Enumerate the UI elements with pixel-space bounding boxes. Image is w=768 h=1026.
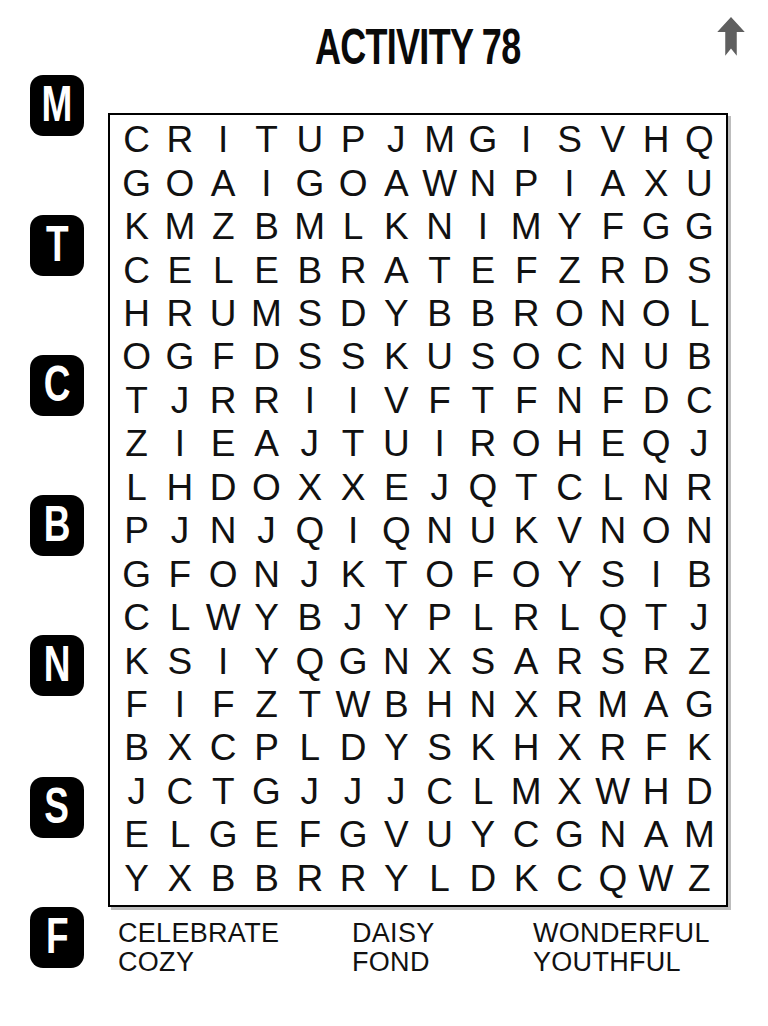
- grid-cell-r3c2[interactable]: M: [158, 205, 201, 248]
- word-list: CELEBRATECOZYDAISYFONDWONDERFULYOUTHFUL: [0, 919, 768, 989]
- grid-cell-r17c10[interactable]: C: [505, 813, 548, 856]
- grid-cell-r15c12[interactable]: R: [591, 726, 634, 769]
- grid-cell-r4c14[interactable]: S: [678, 248, 721, 291]
- grid-cell-r8c1[interactable]: Z: [115, 422, 158, 465]
- grid-cell-r11c10[interactable]: O: [505, 552, 548, 595]
- grid-cell-r18c2[interactable]: X: [158, 857, 201, 900]
- grid-cell-r8c13[interactable]: Q: [634, 422, 677, 465]
- grid-cell-r15c3[interactable]: C: [202, 726, 245, 769]
- grid-cell-r12c8[interactable]: P: [418, 596, 461, 639]
- grid-cell-r4c7[interactable]: A: [375, 248, 418, 291]
- grid-cell-r11c3[interactable]: O: [202, 552, 245, 595]
- grid-cell-r7c11[interactable]: N: [548, 379, 591, 422]
- grid-cell-r9c3[interactable]: D: [202, 466, 245, 509]
- sidebar-tab-letter: M: [42, 79, 73, 132]
- grid-cell-r8c5[interactable]: J: [288, 422, 331, 465]
- word-list-item: DAISY: [352, 919, 435, 948]
- grid-cell-r3c1[interactable]: K: [115, 205, 158, 248]
- grid-cell-r17c8[interactable]: U: [418, 813, 461, 856]
- grid-cell-r1c10[interactable]: I: [505, 118, 548, 161]
- grid-cell-r4c10[interactable]: F: [505, 248, 548, 291]
- grid-cell-r4c6[interactable]: R: [331, 248, 374, 291]
- grid-cell-r9c2[interactable]: H: [158, 466, 201, 509]
- grid-cell-r17c13[interactable]: A: [634, 813, 677, 856]
- word-list-item: WONDERFUL: [533, 919, 710, 948]
- grid-cell-r9c5[interactable]: X: [288, 466, 331, 509]
- grid-cell-r16c7[interactable]: J: [375, 770, 418, 813]
- grid-cell-r2c3[interactable]: A: [202, 161, 245, 204]
- grid-cell-r1c7[interactable]: J: [375, 118, 418, 161]
- grid-cell-r14c2[interactable]: I: [158, 683, 201, 726]
- grid-cell-r14c1[interactable]: F: [115, 683, 158, 726]
- grid-cell-r16c9[interactable]: L: [461, 770, 504, 813]
- grid-cell-r18c9[interactable]: D: [461, 857, 504, 900]
- grid-cell-r16c12[interactable]: W: [591, 770, 634, 813]
- grid-cell-r18c6[interactable]: R: [331, 857, 374, 900]
- grid-cell-r17c12[interactable]: N: [591, 813, 634, 856]
- grid-cell-r8c14[interactable]: J: [678, 422, 721, 465]
- grid-cell-r5c7[interactable]: Y: [375, 292, 418, 335]
- grid-cell-r7c3[interactable]: R: [202, 379, 245, 422]
- grid-cell-r3c9[interactable]: I: [461, 205, 504, 248]
- word-list-item: CELEBRATE: [118, 919, 279, 948]
- grid-cell-r17c11[interactable]: G: [548, 813, 591, 856]
- grid-cell-r16c11[interactable]: X: [548, 770, 591, 813]
- grid-cell-r7c7[interactable]: V: [375, 379, 418, 422]
- grid-cell-r10c14[interactable]: N: [678, 509, 721, 552]
- grid-cell-r15c9[interactable]: K: [461, 726, 504, 769]
- grid-cell-r6c7[interactable]: K: [375, 335, 418, 378]
- grid-cell-r9c10[interactable]: T: [505, 466, 548, 509]
- grid-cell-r18c14[interactable]: Z: [678, 857, 721, 900]
- sidebar-tab-letter: T: [46, 219, 69, 272]
- grid-cell-r5c2[interactable]: R: [158, 292, 201, 335]
- grid-cell-r14c12[interactable]: M: [591, 683, 634, 726]
- grid-cell-r4c13[interactable]: D: [634, 248, 677, 291]
- grid-cell-r10c1[interactable]: P: [115, 509, 158, 552]
- grid-cell-r15c7[interactable]: Y: [375, 726, 418, 769]
- grid-cell-r3c8[interactable]: N: [418, 205, 461, 248]
- grid-cell-r13c9[interactable]: S: [461, 639, 504, 682]
- grid-cell-r16c14[interactable]: D: [678, 770, 721, 813]
- grid-cell-r2c1[interactable]: G: [115, 161, 158, 204]
- grid-cell-r7c13[interactable]: D: [634, 379, 677, 422]
- grid-cell-r14c11[interactable]: R: [548, 683, 591, 726]
- word-list-column-1: CELEBRATECOZY: [118, 919, 279, 976]
- grid-cell-r9c11[interactable]: C: [548, 466, 591, 509]
- grid-cell-r17c3[interactable]: G: [202, 813, 245, 856]
- grid-cell-r6c11[interactable]: C: [548, 335, 591, 378]
- grid-cell-r12c1[interactable]: C: [115, 596, 158, 639]
- grid-cell-r8c4[interactable]: A: [245, 422, 288, 465]
- grid-cell-r14c9[interactable]: N: [461, 683, 504, 726]
- grid-cell-r2c8[interactable]: W: [418, 161, 461, 204]
- grid-cell-r6c4[interactable]: D: [245, 335, 288, 378]
- grid-cell-r10c8[interactable]: N: [418, 509, 461, 552]
- grid-cell-r1c3[interactable]: I: [202, 118, 245, 161]
- grid-cell-r11c13[interactable]: I: [634, 552, 677, 595]
- grid-cell-r3c7[interactable]: K: [375, 205, 418, 248]
- grid-cell-r12c2[interactable]: L: [158, 596, 201, 639]
- grid-cell-r7c2[interactable]: J: [158, 379, 201, 422]
- grid-cell-r11c5[interactable]: J: [288, 552, 331, 595]
- grid-cell-r2c2[interactable]: O: [158, 161, 201, 204]
- title-container: ACTIVITY 78: [108, 18, 728, 76]
- grid-cell-r7c5[interactable]: I: [288, 379, 331, 422]
- grid-cell-r11c2[interactable]: F: [158, 552, 201, 595]
- word-list-item: FOND: [352, 948, 435, 977]
- grid-cell-r1c13[interactable]: H: [634, 118, 677, 161]
- grid-cell-r8c2[interactable]: I: [158, 422, 201, 465]
- grid-cell-r9c12[interactable]: L: [591, 466, 634, 509]
- grid-cell-r5c13[interactable]: O: [634, 292, 677, 335]
- grid-cell-r11c11[interactable]: Y: [548, 552, 591, 595]
- sidebar-tab-t: T: [30, 215, 84, 276]
- grid-cell-r1c4[interactable]: T: [245, 118, 288, 161]
- grid-cell-r15c2[interactable]: X: [158, 726, 201, 769]
- grid-cell-r6c12[interactable]: N: [591, 335, 634, 378]
- grid-cell-r7c12[interactable]: F: [591, 379, 634, 422]
- grid-cell-r5c4[interactable]: M: [245, 292, 288, 335]
- grid-cell-r3c12[interactable]: F: [591, 205, 634, 248]
- grid-cell-r7c4[interactable]: R: [245, 379, 288, 422]
- word-list-column-2: DAISYFOND: [352, 919, 435, 976]
- grid-cell-r6c1[interactable]: O: [115, 335, 158, 378]
- grid-cell-r9c6[interactable]: X: [331, 466, 374, 509]
- grid-cell-r14c7[interactable]: B: [375, 683, 418, 726]
- grid-cell-r3c14[interactable]: G: [678, 205, 721, 248]
- grid-cell-r16c4[interactable]: G: [245, 770, 288, 813]
- grid-cell-r5c1[interactable]: H: [115, 292, 158, 335]
- grid-cell-r11c6[interactable]: K: [331, 552, 374, 595]
- grid-cell-r13c5[interactable]: Q: [288, 639, 331, 682]
- grid-cell-r15c4[interactable]: P: [245, 726, 288, 769]
- grid-cell-r11c7[interactable]: T: [375, 552, 418, 595]
- sidebar-tab-s: S: [30, 777, 84, 838]
- grid-cell-r18c5[interactable]: R: [288, 857, 331, 900]
- word-list-item: YOUTHFUL: [533, 948, 710, 977]
- grid-cell-r15c5[interactable]: L: [288, 726, 331, 769]
- grid-cell-r17c2[interactable]: L: [158, 813, 201, 856]
- grid-cell-r10c3[interactable]: N: [202, 509, 245, 552]
- grid-cell-r10c10[interactable]: K: [505, 509, 548, 552]
- grid-cell-r13c10[interactable]: A: [505, 639, 548, 682]
- grid-cell-r2c12[interactable]: A: [591, 161, 634, 204]
- grid-cell-r6c9[interactable]: S: [461, 335, 504, 378]
- sidebar-tab-b: B: [30, 495, 84, 556]
- grid-cell-r2c14[interactable]: U: [678, 161, 721, 204]
- grid-cell-r4c8[interactable]: T: [418, 248, 461, 291]
- grid-cell-r4c5[interactable]: B: [288, 248, 331, 291]
- grid-cell-r12c3[interactable]: W: [202, 596, 245, 639]
- page-title: ACTIVITY 78: [315, 18, 520, 76]
- grid-cell-r15c14[interactable]: K: [678, 726, 721, 769]
- sidebar-tab-letter: S: [45, 781, 70, 834]
- grid-cell-r14c14[interactable]: G: [678, 683, 721, 726]
- grid-cell-r8c9[interactable]: R: [461, 422, 504, 465]
- sidebar-tab-c: C: [30, 355, 84, 416]
- grid-cell-r1c9[interactable]: G: [461, 118, 504, 161]
- grid-cell-r5c10[interactable]: R: [505, 292, 548, 335]
- grid-cell-r2c7[interactable]: A: [375, 161, 418, 204]
- grid-cell-r12c5[interactable]: B: [288, 596, 331, 639]
- grid-cell-r13c12[interactable]: S: [591, 639, 634, 682]
- grid-cell-r10c6[interactable]: I: [331, 509, 374, 552]
- grid-cell-r11c9[interactable]: F: [461, 552, 504, 595]
- grid-cell-r7c1[interactable]: T: [115, 379, 158, 422]
- grid-cell-r8c12[interactable]: E: [591, 422, 634, 465]
- grid-cell-r13c2[interactable]: S: [158, 639, 201, 682]
- grid-cell-r18c7[interactable]: Y: [375, 857, 418, 900]
- grid-cell-r8c11[interactable]: H: [548, 422, 591, 465]
- grid-cell-r1c2[interactable]: R: [158, 118, 201, 161]
- grid-cell-r2c11[interactable]: I: [548, 161, 591, 204]
- grid-cell-r11c14[interactable]: B: [678, 552, 721, 595]
- grid-cell-r6c3[interactable]: F: [202, 335, 245, 378]
- grid-cell-r15c1[interactable]: B: [115, 726, 158, 769]
- grid-cell-r6c6[interactable]: S: [331, 335, 374, 378]
- grid-cell-r7c14[interactable]: C: [678, 379, 721, 422]
- grid-cell-r6c2[interactable]: G: [158, 335, 201, 378]
- grid-cell-r17c1[interactable]: E: [115, 813, 158, 856]
- grid-cell-r3c3[interactable]: Z: [202, 205, 245, 248]
- grid-cell-r13c13[interactable]: R: [634, 639, 677, 682]
- grid-cell-r5c5[interactable]: S: [288, 292, 331, 335]
- letter-grid: CRITUPJMGISVHQGOAIGOAWNPIAXUKMZBMLKNIMYF…: [108, 113, 728, 907]
- grid-cell-r16c10[interactable]: M: [505, 770, 548, 813]
- grid-cell-r9c4[interactable]: O: [245, 466, 288, 509]
- grid-cell-r16c5[interactable]: J: [288, 770, 331, 813]
- grid-cell-r10c12[interactable]: N: [591, 509, 634, 552]
- sidebar-tab-m: M: [30, 75, 84, 136]
- grid-cell-r4c9[interactable]: E: [461, 248, 504, 291]
- grid-cell-r12c4[interactable]: Y: [245, 596, 288, 639]
- grid-cell-r6c5[interactable]: S: [288, 335, 331, 378]
- grid-cell-r16c8[interactable]: C: [418, 770, 461, 813]
- grid-cell-r13c8[interactable]: X: [418, 639, 461, 682]
- grid-cell-r9c7[interactable]: E: [375, 466, 418, 509]
- grid-cell-r9c13[interactable]: N: [634, 466, 677, 509]
- grid-cell-r10c9[interactable]: U: [461, 509, 504, 552]
- grid-cell-r4c12[interactable]: R: [591, 248, 634, 291]
- grid-cell-r4c1[interactable]: C: [115, 248, 158, 291]
- grid-cell-r13c11[interactable]: R: [548, 639, 591, 682]
- grid-cell-r16c13[interactable]: H: [634, 770, 677, 813]
- grid-cell-r18c10[interactable]: K: [505, 857, 548, 900]
- grid-cell-r3c11[interactable]: Y: [548, 205, 591, 248]
- grid-cell-r4c3[interactable]: L: [202, 248, 245, 291]
- grid-cell-r7c6[interactable]: I: [331, 379, 374, 422]
- grid-cell-r6c14[interactable]: B: [678, 335, 721, 378]
- grid-cell-r12c13[interactable]: T: [634, 596, 677, 639]
- grid-cell-r12c12[interactable]: Q: [591, 596, 634, 639]
- grid-cell-r2c5[interactable]: G: [288, 161, 331, 204]
- grid-cell-r14c13[interactable]: A: [634, 683, 677, 726]
- grid-cell-r8c6[interactable]: T: [331, 422, 374, 465]
- grid-cell-r2c6[interactable]: O: [331, 161, 374, 204]
- grid-cell-r5c6[interactable]: D: [331, 292, 374, 335]
- grid-cell-r6c13[interactable]: U: [634, 335, 677, 378]
- grid-cell-r14c8[interactable]: H: [418, 683, 461, 726]
- grid-cell-r9c8[interactable]: J: [418, 466, 461, 509]
- grid-cell-r18c8[interactable]: L: [418, 857, 461, 900]
- grid-cell-r3c6[interactable]: L: [331, 205, 374, 248]
- grid-cell-r12c11[interactable]: L: [548, 596, 591, 639]
- grid-cell-r8c7[interactable]: U: [375, 422, 418, 465]
- grid-cell-r8c3[interactable]: E: [202, 422, 245, 465]
- grid-cell-r13c7[interactable]: N: [375, 639, 418, 682]
- grid-cell-r12c7[interactable]: Y: [375, 596, 418, 639]
- sidebar-tab-letter: N: [44, 639, 71, 692]
- grid-cell-r5c11[interactable]: O: [548, 292, 591, 335]
- grid-cell-r13c4[interactable]: Y: [245, 639, 288, 682]
- grid-cell-r3c13[interactable]: G: [634, 205, 677, 248]
- grid-cell-r16c6[interactable]: J: [331, 770, 374, 813]
- grid-cell-r5c9[interactable]: B: [461, 292, 504, 335]
- grid-cell-r17c14[interactable]: M: [678, 813, 721, 856]
- grid-cell-r15c10[interactable]: H: [505, 726, 548, 769]
- grid-cell-r18c4[interactable]: B: [245, 857, 288, 900]
- grid-cell-r5c8[interactable]: B: [418, 292, 461, 335]
- grid-cell-r10c2[interactable]: J: [158, 509, 201, 552]
- grid-cell-r12c14[interactable]: J: [678, 596, 721, 639]
- grid-cell-r11c1[interactable]: G: [115, 552, 158, 595]
- grid-cell-r18c1[interactable]: Y: [115, 857, 158, 900]
- word-list-column-3: WONDERFULYOUTHFUL: [533, 919, 710, 976]
- grid-cell-r18c11[interactable]: C: [548, 857, 591, 900]
- grid-cell-r10c5[interactable]: Q: [288, 509, 331, 552]
- grid-cell-r13c6[interactable]: G: [331, 639, 374, 682]
- grid-cell-r16c3[interactable]: T: [202, 770, 245, 813]
- grid-cell-r11c4[interactable]: N: [245, 552, 288, 595]
- grid-cell-r8c8[interactable]: I: [418, 422, 461, 465]
- grid-cell-r16c1[interactable]: J: [115, 770, 158, 813]
- grid-cell-r1c11[interactable]: S: [548, 118, 591, 161]
- grid-cell-r9c14[interactable]: R: [678, 466, 721, 509]
- activity-page: ACTIVITY 78 MTCBNSF CRITUPJMGISVHQGOAIGO…: [0, 0, 768, 1026]
- grid-cell-r2c13[interactable]: X: [634, 161, 677, 204]
- grid-cell-r9c1[interactable]: L: [115, 466, 158, 509]
- grid-cell-r2c9[interactable]: N: [461, 161, 504, 204]
- grid-cell-r1c8[interactable]: M: [418, 118, 461, 161]
- grid-cell-r10c4[interactable]: J: [245, 509, 288, 552]
- grid-cell-r17c9[interactable]: Y: [461, 813, 504, 856]
- grid-cell-r7c10[interactable]: F: [505, 379, 548, 422]
- grid-cell-r17c6[interactable]: G: [331, 813, 374, 856]
- grid-cell-r11c8[interactable]: O: [418, 552, 461, 595]
- grid-cell-r14c10[interactable]: X: [505, 683, 548, 726]
- grid-cell-r2c4[interactable]: I: [245, 161, 288, 204]
- grid-cell-r3c4[interactable]: B: [245, 205, 288, 248]
- grid-cell-r14c4[interactable]: Z: [245, 683, 288, 726]
- sidebar-tab-letter: C: [44, 359, 71, 412]
- grid-cell-r18c3[interactable]: B: [202, 857, 245, 900]
- grid-cell-r5c14[interactable]: L: [678, 292, 721, 335]
- grid-cell-r5c12[interactable]: N: [591, 292, 634, 335]
- grid-cell-r13c14[interactable]: Z: [678, 639, 721, 682]
- grid-cell-r1c6[interactable]: P: [331, 118, 374, 161]
- grid-cell-r8c10[interactable]: O: [505, 422, 548, 465]
- grid-cell-r7c8[interactable]: F: [418, 379, 461, 422]
- grid-cell-r17c7[interactable]: V: [375, 813, 418, 856]
- grid-cell-r16c2[interactable]: C: [158, 770, 201, 813]
- grid-cell-r15c11[interactable]: X: [548, 726, 591, 769]
- grid-cell-r14c5[interactable]: T: [288, 683, 331, 726]
- grid-cell-r18c12[interactable]: Q: [591, 857, 634, 900]
- grid-cell-r15c8[interactable]: S: [418, 726, 461, 769]
- grid-cell-r10c7[interactable]: Q: [375, 509, 418, 552]
- grid-cell-r4c2[interactable]: E: [158, 248, 201, 291]
- pin-icon[interactable]: [716, 16, 746, 58]
- grid-cell-r3c10[interactable]: M: [505, 205, 548, 248]
- grid-cell-r11c12[interactable]: S: [591, 552, 634, 595]
- sidebar-tab-letter: B: [44, 499, 71, 552]
- grid-cell-r14c3[interactable]: F: [202, 683, 245, 726]
- grid-cell-r12c9[interactable]: L: [461, 596, 504, 639]
- grid-cell-r6c8[interactable]: U: [418, 335, 461, 378]
- grid-cell-r1c14[interactable]: Q: [678, 118, 721, 161]
- sidebar-tab-n: N: [30, 635, 84, 696]
- grid-cell-r1c12[interactable]: V: [591, 118, 634, 161]
- grid-cell-r3c5[interactable]: M: [288, 205, 331, 248]
- grid-cell-r7c9[interactable]: T: [461, 379, 504, 422]
- grid-cell-r1c1[interactable]: C: [115, 118, 158, 161]
- grid-cell-r4c11[interactable]: Z: [548, 248, 591, 291]
- grid-cell-r1c5[interactable]: U: [288, 118, 331, 161]
- grid-cell-r2c10[interactable]: P: [505, 161, 548, 204]
- grid-cell-r5c3[interactable]: U: [202, 292, 245, 335]
- grid-cell-r4c4[interactable]: E: [245, 248, 288, 291]
- grid-cell-r6c10[interactable]: O: [505, 335, 548, 378]
- grid-cell-r10c13[interactable]: O: [634, 509, 677, 552]
- grid-cell-r10c11[interactable]: V: [548, 509, 591, 552]
- grid-cell-r15c6[interactable]: D: [331, 726, 374, 769]
- grid-cell-r17c5[interactable]: F: [288, 813, 331, 856]
- grid-cell-r18c13[interactable]: W: [634, 857, 677, 900]
- grid-cell-r13c1[interactable]: K: [115, 639, 158, 682]
- grid-cell-r12c6[interactable]: J: [331, 596, 374, 639]
- grid-cell-r12c10[interactable]: R: [505, 596, 548, 639]
- word-list-item: COZY: [118, 948, 279, 977]
- grid-cell-r9c9[interactable]: Q: [461, 466, 504, 509]
- grid-cell-r17c4[interactable]: E: [245, 813, 288, 856]
- grid-cell-r13c3[interactable]: I: [202, 639, 245, 682]
- grid-cell-r14c6[interactable]: W: [331, 683, 374, 726]
- grid-cell-r15c13[interactable]: F: [634, 726, 677, 769]
